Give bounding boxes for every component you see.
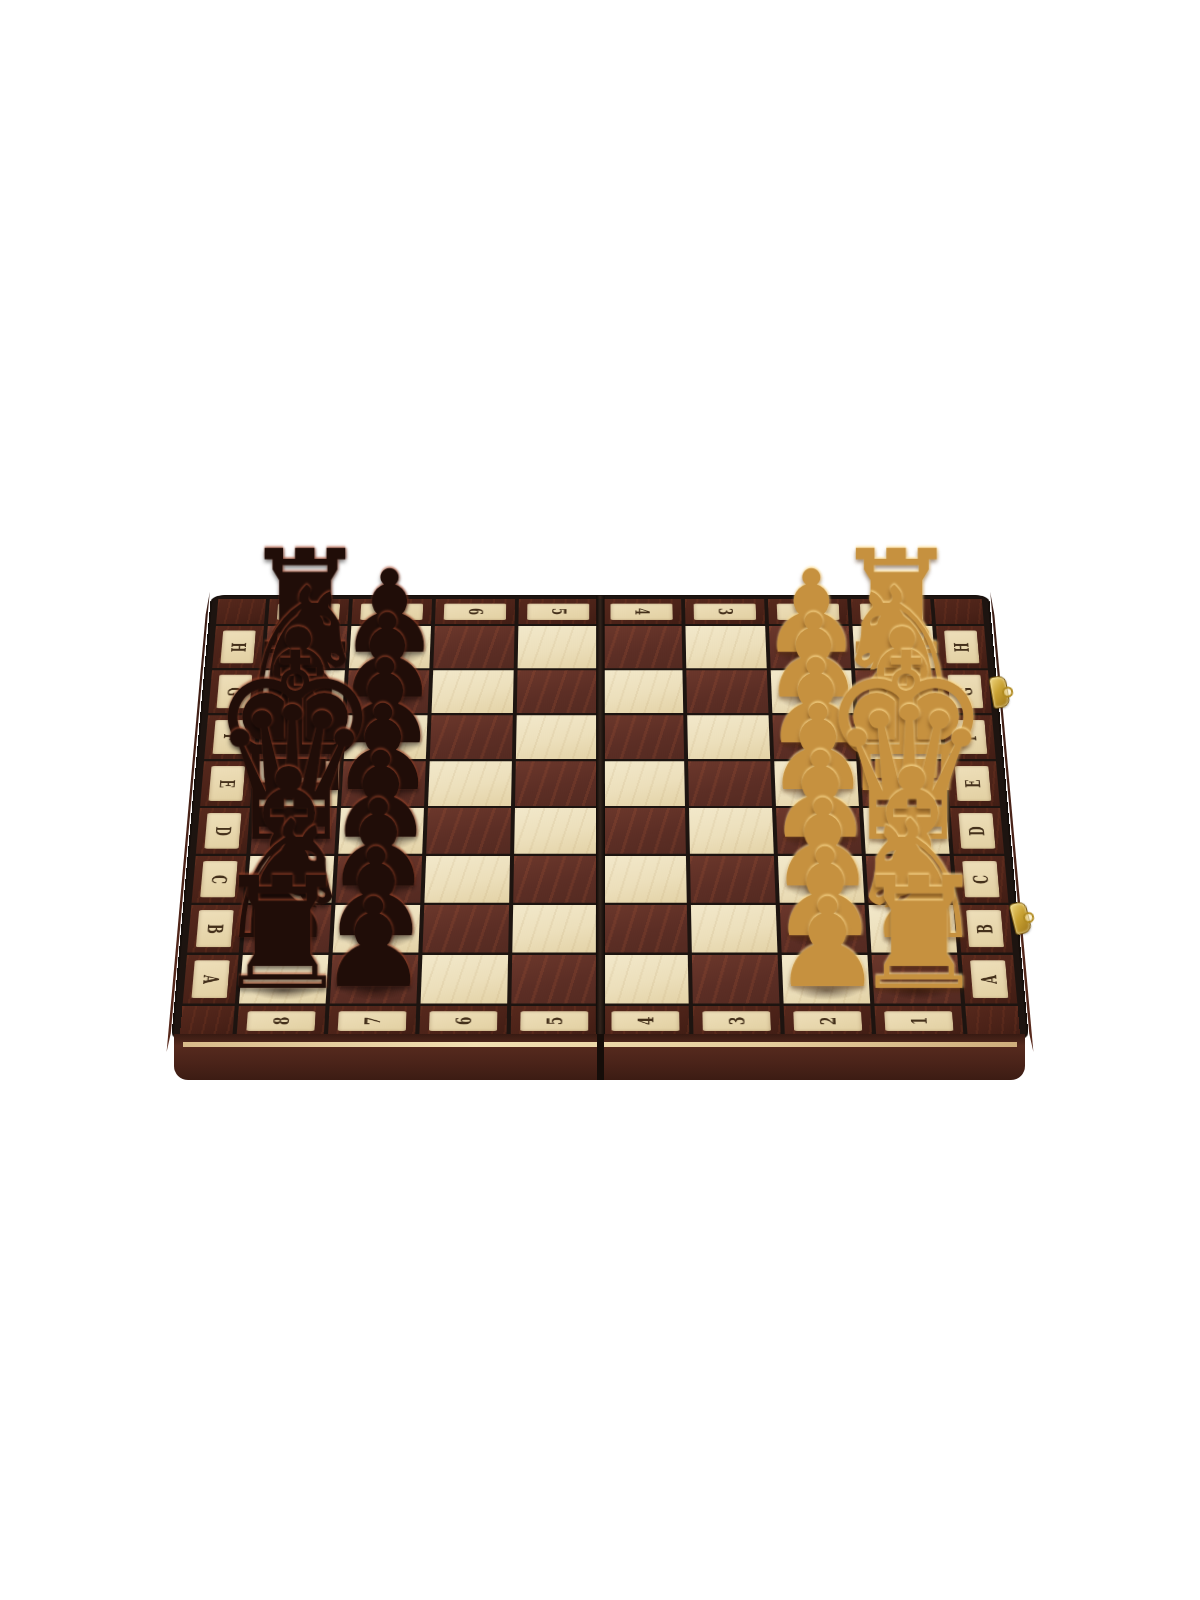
box-front-side (174, 1034, 1025, 1080)
piece-shadow (783, 739, 847, 756)
label-chip: G (948, 675, 984, 709)
square-d2: ♟ (776, 808, 862, 854)
label-chip: 1 (860, 603, 923, 619)
label-chip: C (200, 861, 238, 898)
label-chip: B (966, 910, 1004, 947)
label-chip: 3 (694, 603, 757, 619)
front-rank-label-5: 5 (511, 1006, 598, 1036)
label-chip: 3 (702, 1011, 771, 1031)
rank-label-text: 1 (882, 608, 902, 615)
label-chip: H (220, 631, 256, 664)
square-c5 (513, 856, 598, 903)
square-d5 (514, 808, 598, 854)
square-d1: ♛ (863, 808, 949, 854)
piece-shadow (351, 785, 416, 802)
label-chip: D (958, 813, 995, 849)
label-chip: B (196, 910, 234, 947)
piece-shadow (791, 931, 858, 949)
file-label-text: B (204, 924, 225, 934)
label-chip: 5 (527, 603, 589, 619)
back-rank-label-4: 4 (602, 599, 682, 624)
file-label-text: F (221, 733, 241, 740)
piece-shadow (874, 833, 940, 851)
square-b1: ♞ (869, 905, 957, 953)
file-label-text: A (978, 975, 1000, 984)
rank-label-text: 8 (270, 1017, 291, 1025)
square-e8: ♚ (254, 761, 340, 806)
square-c1: ♝ (866, 856, 953, 903)
right-file-label-A: A (961, 955, 1017, 1004)
fold-seam (596, 596, 605, 1039)
file-label-text: C (970, 875, 991, 884)
square-a4 (602, 955, 689, 1004)
label-chip: 4 (611, 603, 673, 619)
square-c7: ♟ (336, 856, 423, 903)
piece-shadow (267, 739, 331, 756)
square-f6 (430, 715, 513, 759)
square-h7: ♟ (349, 626, 431, 668)
square-b6 (422, 905, 509, 953)
square-c6 (424, 856, 510, 903)
piece-shadow (793, 981, 860, 1000)
file-label-text: D (967, 826, 988, 836)
label-chip: 5 (520, 1011, 588, 1031)
square-h6 (433, 626, 514, 668)
piece-shadow (340, 981, 407, 1000)
rank-label-text: 7 (382, 608, 401, 615)
back-rank-label-2: 2 (768, 599, 849, 624)
back-rank-label-6: 6 (435, 599, 515, 624)
label-chip: 7 (360, 603, 423, 619)
piece-shadow (785, 785, 850, 802)
square-b5 (512, 905, 598, 953)
left-file-label-H: H (212, 626, 264, 668)
piece-shadow (883, 981, 951, 1000)
square-d6 (426, 808, 511, 854)
rank-label-text: 2 (798, 608, 817, 615)
piece-shadow (356, 693, 419, 710)
square-b3 (691, 905, 778, 953)
square-g3 (686, 670, 768, 713)
piece-shadow (868, 739, 932, 756)
chess-set-photo: 87654321H♜♟♟♜HG♞♟♟♞GF♝♟♟♝FE♚♟♟♚ED♛♟♟♛DC♝… (0, 0, 1200, 1600)
label-chip: 8 (277, 603, 340, 619)
square-g5 (517, 670, 598, 713)
label-chip: A (192, 960, 230, 998)
square-g4 (602, 670, 683, 713)
piece-shadow (345, 881, 411, 899)
front-rank-label-3: 3 (693, 1006, 781, 1036)
square-g8: ♞ (261, 670, 345, 713)
file-label-text: D (213, 826, 234, 836)
label-chip: C (962, 861, 1000, 898)
file-label-text: A (200, 975, 222, 984)
square-h5 (518, 626, 598, 668)
square-d3 (689, 808, 774, 854)
piece-shadow (348, 833, 413, 851)
file-label-text: F (959, 733, 979, 740)
square-h3 (685, 626, 766, 668)
square-a3 (692, 955, 780, 1004)
square-c4 (602, 856, 687, 903)
square-e2: ♟ (774, 761, 859, 806)
right-file-label-D: D (950, 808, 1004, 854)
rank-label-text: 2 (817, 1017, 838, 1025)
piece-shadow (779, 649, 842, 665)
piece-shadow (257, 881, 323, 899)
label-chip: G (217, 675, 253, 709)
piece-shadow (249, 981, 317, 1000)
fold-seam-front (597, 1034, 604, 1080)
square-h1: ♜ (853, 626, 936, 668)
frame-corner (216, 599, 266, 624)
rank-label-text: 5 (544, 1017, 565, 1025)
square-e1: ♚ (860, 761, 946, 806)
left-file-label-A: A (183, 955, 239, 1004)
back-rank-label-3: 3 (685, 599, 765, 624)
square-g1: ♞ (855, 670, 939, 713)
rank-label-text: 6 (465, 608, 484, 615)
back-rank-label-7: 7 (351, 599, 432, 624)
rank-label-text: 8 (299, 608, 319, 615)
square-h8: ♜ (265, 626, 348, 668)
square-a6 (421, 955, 509, 1004)
square-a5 (511, 955, 598, 1004)
label-chip: A (970, 960, 1008, 998)
file-label-text: B (974, 924, 995, 934)
left-file-label-B: B (187, 905, 242, 953)
square-f3 (687, 715, 770, 759)
square-e3 (688, 761, 772, 806)
square-e7: ♟ (341, 761, 426, 806)
right-file-label-B: B (958, 905, 1013, 953)
square-c3 (690, 856, 776, 903)
square-h2: ♟ (769, 626, 851, 668)
right-file-label-F: F (943, 715, 996, 759)
label-chip: 4 (611, 1011, 679, 1031)
front-rank-label-1: 1 (875, 1006, 964, 1036)
piece-shadow (353, 739, 417, 756)
piece-shadow (871, 785, 936, 802)
piece-shadow (877, 881, 943, 899)
frame-corner (965, 1006, 1020, 1036)
piece-shadow (271, 693, 335, 710)
frame-corner (180, 1006, 235, 1036)
square-c2: ♟ (778, 856, 865, 903)
front-rank-label-7: 7 (328, 1006, 416, 1036)
square-g7: ♟ (346, 670, 429, 713)
label-chip: 8 (246, 1011, 315, 1031)
piece-shadow (264, 785, 329, 802)
piece-shadow (358, 649, 421, 665)
rank-label-text: 4 (632, 608, 651, 615)
rank-label-text: 5 (549, 608, 568, 615)
square-b4 (602, 905, 688, 953)
front-rank-label-6: 6 (419, 1006, 507, 1036)
piece-shadow (863, 649, 926, 665)
label-chip: 6 (429, 1011, 498, 1031)
left-file-label-D: D (196, 808, 250, 854)
square-f8: ♝ (258, 715, 343, 759)
label-chip: 1 (884, 1011, 953, 1031)
file-label-text: H (952, 642, 972, 652)
label-chip: 7 (338, 1011, 407, 1031)
front-rank-label-8: 8 (237, 1006, 326, 1036)
square-b2: ♟ (780, 905, 868, 953)
frame-corner (934, 599, 984, 624)
left-file-label-E: E (200, 761, 253, 806)
piece-shadow (781, 693, 844, 710)
piece-shadow (787, 833, 852, 851)
left-file-label-G: G (208, 670, 260, 713)
file-label-text: G (224, 687, 244, 696)
square-d7: ♟ (338, 808, 424, 854)
label-chip: 2 (777, 603, 840, 619)
board-3d-tilt: 87654321H♜♟♟♜HG♞♟♟♞GF♝♟♟♝FE♚♟♟♚ED♛♟♟♛DC♝… (173, 596, 1027, 1039)
square-e4 (602, 761, 685, 806)
square-d8: ♛ (250, 808, 336, 854)
square-f4 (602, 715, 684, 759)
square-f5 (516, 715, 598, 759)
piece-shadow (260, 833, 326, 851)
right-file-label-H: H (936, 626, 988, 668)
label-chip: H (944, 631, 980, 664)
right-file-label-G: G (939, 670, 991, 713)
square-h4 (602, 626, 682, 668)
piece-shadow (253, 931, 320, 949)
rank-label-text: 6 (453, 1017, 474, 1025)
piece-shadow (880, 931, 947, 949)
file-label-text: G (955, 687, 975, 696)
label-chip: 6 (444, 603, 507, 619)
piece-shadow (789, 881, 855, 899)
rank-label-text: 1 (908, 1017, 929, 1025)
back-rank-label-1: 1 (851, 599, 932, 624)
file-label-text: E (217, 779, 238, 787)
piece-shadow (866, 693, 930, 710)
right-file-label-E: E (946, 761, 999, 806)
square-b7: ♟ (333, 905, 421, 953)
square-f7: ♟ (344, 715, 428, 759)
square-b8: ♞ (243, 905, 331, 953)
piece-shadow (343, 931, 410, 949)
photo-background: 87654321H♜♟♟♜HG♞♟♟♞GF♝♟♟♝FE♚♟♟♚ED♛♟♟♛DC♝… (0, 0, 1200, 1600)
label-chip: F (951, 720, 987, 754)
file-label-text: E (963, 779, 984, 787)
right-file-label-C: C (954, 856, 1009, 903)
rank-label-text: 3 (715, 608, 734, 615)
square-d4 (602, 808, 686, 854)
rank-label-text: 7 (362, 1017, 383, 1025)
square-g2: ♟ (771, 670, 854, 713)
square-a2: ♟ (782, 955, 870, 1004)
rank-label-text: 4 (635, 1017, 656, 1025)
rank-label-text: 3 (726, 1017, 747, 1025)
back-rank-label-8: 8 (268, 599, 349, 624)
square-e6 (428, 761, 512, 806)
left-file-label-F: F (204, 715, 257, 759)
square-f1: ♝ (858, 715, 943, 759)
back-rank-label-5: 5 (518, 599, 598, 624)
label-chip: E (209, 766, 246, 801)
square-f2: ♟ (772, 715, 856, 759)
file-label-text: C (208, 875, 229, 884)
label-chip: D (204, 813, 241, 849)
label-chip: F (213, 720, 249, 754)
chess-board: 87654321H♜♟♟♜HG♞♟♟♞GF♝♟♟♝FE♚♟♟♚ED♛♟♟♛DC♝… (173, 596, 1027, 1039)
square-e5 (515, 761, 598, 806)
front-rank-label-2: 2 (784, 1006, 872, 1036)
file-label-text: H (228, 642, 248, 652)
square-a1: ♜ (872, 955, 961, 1004)
piece-shadow (274, 649, 337, 665)
label-chip: 2 (793, 1011, 862, 1031)
label-chip: E (955, 766, 992, 801)
square-g6 (432, 670, 514, 713)
front-rank-label-4: 4 (602, 1006, 689, 1036)
left-file-label-C: C (192, 856, 247, 903)
square-a7: ♟ (330, 955, 418, 1004)
square-a8: ♜ (239, 955, 328, 1004)
square-c8: ♝ (247, 856, 334, 903)
